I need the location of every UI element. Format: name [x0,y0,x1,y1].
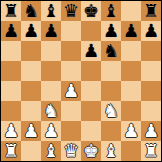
square-c7[interactable]: ♟ [41,21,61,41]
piece-black-pawn[interactable]: ♟ [23,21,39,41]
square-e4[interactable] [81,81,101,101]
square-g5[interactable] [121,61,141,81]
square-h3[interactable] [141,101,161,121]
square-f7[interactable]: ♟ [101,21,121,41]
piece-black-pawn[interactable]: ♟ [3,21,19,41]
square-h8[interactable]: ♜ [141,1,161,21]
square-h2[interactable]: ♟ [141,121,161,141]
square-d8[interactable]: ♛ [61,1,81,21]
square-b7[interactable]: ♟ [21,21,41,41]
square-g6[interactable] [121,41,141,61]
square-e5[interactable] [81,61,101,81]
square-h5[interactable] [141,61,161,81]
piece-black-pawn[interactable]: ♟ [143,21,159,41]
square-a3[interactable] [1,101,21,121]
square-d2[interactable] [61,121,81,141]
chess-board: ♜♞♝♛♚♝♜♟♟♟♟♟♟♟♞♟♞♞♟♟♟♟♟♜♝♛♚♝♜ [0,0,162,162]
square-e7[interactable] [81,21,101,41]
piece-black-pawn[interactable]: ♟ [43,21,59,41]
piece-white-pawn[interactable]: ♟ [3,121,19,141]
square-c4[interactable] [41,81,61,101]
square-e3[interactable] [81,101,101,121]
square-f2[interactable] [101,121,121,141]
square-c1[interactable]: ♝ [41,141,61,161]
square-f6[interactable]: ♞ [101,41,121,61]
square-b8[interactable]: ♞ [21,1,41,21]
piece-white-bishop[interactable]: ♝ [43,141,59,161]
square-b1[interactable] [21,141,41,161]
square-g2[interactable]: ♟ [121,121,141,141]
square-h1[interactable]: ♜ [141,141,161,161]
square-b2[interactable]: ♟ [21,121,41,141]
square-f5[interactable] [101,61,121,81]
square-g8[interactable] [121,1,141,21]
piece-white-knight[interactable]: ♞ [103,101,119,121]
square-c3[interactable]: ♞ [41,101,61,121]
square-d1[interactable]: ♛ [61,141,81,161]
square-b3[interactable] [21,101,41,121]
square-f4[interactable] [101,81,121,101]
square-c8[interactable]: ♝ [41,1,61,21]
piece-black-queen[interactable]: ♛ [63,1,79,21]
piece-black-knight[interactable]: ♞ [23,1,39,21]
piece-black-pawn[interactable]: ♟ [103,21,119,41]
square-a1[interactable]: ♜ [1,141,21,161]
square-a6[interactable] [1,41,21,61]
piece-black-pawn[interactable]: ♟ [123,21,139,41]
square-a5[interactable] [1,61,21,81]
piece-black-bishop[interactable]: ♝ [43,1,59,21]
piece-white-king[interactable]: ♚ [83,141,99,161]
square-c5[interactable] [41,61,61,81]
square-f1[interactable]: ♝ [101,141,121,161]
square-h4[interactable] [141,81,161,101]
square-b4[interactable] [21,81,41,101]
square-a2[interactable]: ♟ [1,121,21,141]
piece-black-bishop[interactable]: ♝ [103,1,119,21]
square-g7[interactable]: ♟ [121,21,141,41]
piece-black-knight[interactable]: ♞ [103,41,119,61]
piece-white-bishop[interactable]: ♝ [103,141,119,161]
square-g3[interactable] [121,101,141,121]
square-d5[interactable] [61,61,81,81]
piece-black-rook[interactable]: ♜ [143,1,159,21]
square-g1[interactable] [121,141,141,161]
piece-white-pawn[interactable]: ♟ [43,121,59,141]
square-e8[interactable]: ♚ [81,1,101,21]
piece-white-rook[interactable]: ♜ [3,141,19,161]
square-c2[interactable]: ♟ [41,121,61,141]
square-a8[interactable]: ♜ [1,1,21,21]
piece-black-king[interactable]: ♚ [83,1,99,21]
square-c6[interactable] [41,41,61,61]
square-b6[interactable] [21,41,41,61]
square-e1[interactable]: ♚ [81,141,101,161]
piece-white-pawn[interactable]: ♟ [143,121,159,141]
square-b5[interactable] [21,61,41,81]
square-d6[interactable] [61,41,81,61]
piece-white-pawn[interactable]: ♟ [123,121,139,141]
square-e6[interactable]: ♟ [81,41,101,61]
piece-white-pawn[interactable]: ♟ [63,81,79,101]
piece-white-queen[interactable]: ♛ [63,141,79,161]
piece-black-rook[interactable]: ♜ [3,1,19,21]
piece-white-rook[interactable]: ♜ [143,141,159,161]
square-d4[interactable]: ♟ [61,81,81,101]
piece-black-pawn[interactable]: ♟ [83,41,99,61]
piece-white-pawn[interactable]: ♟ [23,121,39,141]
square-f8[interactable]: ♝ [101,1,121,21]
square-a7[interactable]: ♟ [1,21,21,41]
square-e2[interactable] [81,121,101,141]
square-a4[interactable] [1,81,21,101]
square-d3[interactable] [61,101,81,121]
piece-white-knight[interactable]: ♞ [43,101,59,121]
square-g4[interactable] [121,81,141,101]
square-d7[interactable] [61,21,81,41]
square-h7[interactable]: ♟ [141,21,161,41]
square-h6[interactable] [141,41,161,61]
square-f3[interactable]: ♞ [101,101,121,121]
